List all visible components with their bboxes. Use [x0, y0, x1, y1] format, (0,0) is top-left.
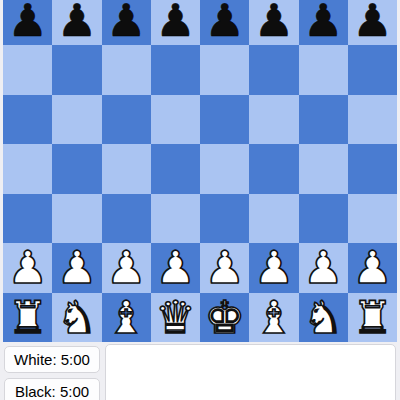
square-b6[interactable]	[52, 45, 101, 94]
square-a4[interactable]	[3, 144, 52, 193]
square-c4[interactable]	[102, 144, 151, 193]
square-c2[interactable]: ♟	[102, 243, 151, 292]
square-e3[interactable]	[200, 194, 249, 243]
square-d4[interactable]	[151, 144, 200, 193]
white-knight: ♞	[303, 293, 343, 342]
white-queen: ♛	[155, 293, 195, 342]
square-g1[interactable]: ♞	[299, 293, 348, 342]
black-pawn: ♟	[155, 0, 195, 45]
square-g2[interactable]: ♟	[299, 243, 348, 292]
white-king: ♚	[204, 293, 244, 342]
square-d7[interactable]: ♟	[151, 0, 200, 45]
square-b4[interactable]	[52, 144, 101, 193]
square-f6[interactable]	[249, 45, 298, 94]
square-h6[interactable]	[348, 45, 397, 94]
black-pawn: ♟	[57, 0, 97, 45]
white-pawn: ♟	[106, 243, 146, 292]
square-e6[interactable]	[200, 45, 249, 94]
white-clock[interactable]: White: 5:00	[4, 346, 100, 373]
square-c5[interactable]	[102, 95, 151, 144]
black-pawn: ♟	[352, 0, 392, 45]
black-pawn: ♟	[254, 0, 294, 45]
square-c7[interactable]: ♟	[102, 0, 151, 45]
black-clock[interactable]: Black: 5:00	[4, 378, 100, 400]
white-bishop: ♝	[254, 293, 294, 342]
square-b1[interactable]: ♞	[52, 293, 101, 342]
square-a6[interactable]	[3, 45, 52, 94]
square-h7[interactable]: ♟	[348, 0, 397, 45]
black-clock-label: Black: 5:00	[15, 383, 89, 400]
white-pawn: ♟	[155, 243, 195, 292]
square-d2[interactable]: ♟	[151, 243, 200, 292]
square-g5[interactable]	[299, 95, 348, 144]
black-pawn: ♟	[7, 0, 47, 45]
black-pawn: ♟	[204, 0, 244, 45]
square-c3[interactable]	[102, 194, 151, 243]
square-a3[interactable]	[3, 194, 52, 243]
square-b3[interactable]	[52, 194, 101, 243]
square-c6[interactable]	[102, 45, 151, 94]
square-d5[interactable]	[151, 95, 200, 144]
white-pawn: ♟	[352, 243, 392, 292]
square-d3[interactable]	[151, 194, 200, 243]
square-a1[interactable]: ♜	[3, 293, 52, 342]
white-rook: ♜	[352, 293, 392, 342]
square-h4[interactable]	[348, 144, 397, 193]
move-list-panel	[105, 344, 396, 400]
square-f3[interactable]	[249, 194, 298, 243]
square-a7[interactable]: ♟	[3, 0, 52, 45]
square-b5[interactable]	[52, 95, 101, 144]
square-e1[interactable]: ♚	[200, 293, 249, 342]
square-e4[interactable]	[200, 144, 249, 193]
black-pawn: ♟	[303, 0, 343, 45]
white-pawn: ♟	[7, 243, 47, 292]
white-knight: ♞	[57, 293, 97, 342]
square-f5[interactable]	[249, 95, 298, 144]
square-f1[interactable]: ♝	[249, 293, 298, 342]
white-rook: ♜	[7, 293, 47, 342]
square-f4[interactable]	[249, 144, 298, 193]
square-f2[interactable]: ♟	[249, 243, 298, 292]
chess-board: ♟♟♟♟♟♟♟♟♟♟♟♟♟♟♟♟♜♞♝♛♚♝♞♜	[3, 0, 397, 342]
square-h3[interactable]	[348, 194, 397, 243]
white-clock-label: White: 5:00	[14, 351, 90, 368]
square-h2[interactable]: ♟	[348, 243, 397, 292]
square-h1[interactable]: ♜	[348, 293, 397, 342]
black-pawn: ♟	[106, 0, 146, 45]
square-d6[interactable]	[151, 45, 200, 94]
square-g4[interactable]	[299, 144, 348, 193]
square-f7[interactable]: ♟	[249, 0, 298, 45]
white-pawn: ♟	[303, 243, 343, 292]
app-root: ♟♟♟♟♟♟♟♟♟♟♟♟♟♟♟♟♜♞♝♛♚♝♞♜ White: 5:00 Bla…	[0, 0, 400, 400]
white-pawn: ♟	[254, 243, 294, 292]
square-g3[interactable]	[299, 194, 348, 243]
square-e5[interactable]	[200, 95, 249, 144]
white-pawn: ♟	[204, 243, 244, 292]
square-a5[interactable]	[3, 95, 52, 144]
square-e2[interactable]: ♟	[200, 243, 249, 292]
white-pawn: ♟	[57, 243, 97, 292]
square-d1[interactable]: ♛	[151, 293, 200, 342]
white-bishop: ♝	[106, 293, 146, 342]
square-c1[interactable]: ♝	[102, 293, 151, 342]
square-g6[interactable]	[299, 45, 348, 94]
square-b7[interactable]: ♟	[52, 0, 101, 45]
square-g7[interactable]: ♟	[299, 0, 348, 45]
square-b2[interactable]: ♟	[52, 243, 101, 292]
square-h5[interactable]	[348, 95, 397, 144]
square-a2[interactable]: ♟	[3, 243, 52, 292]
square-e7[interactable]: ♟	[200, 0, 249, 45]
